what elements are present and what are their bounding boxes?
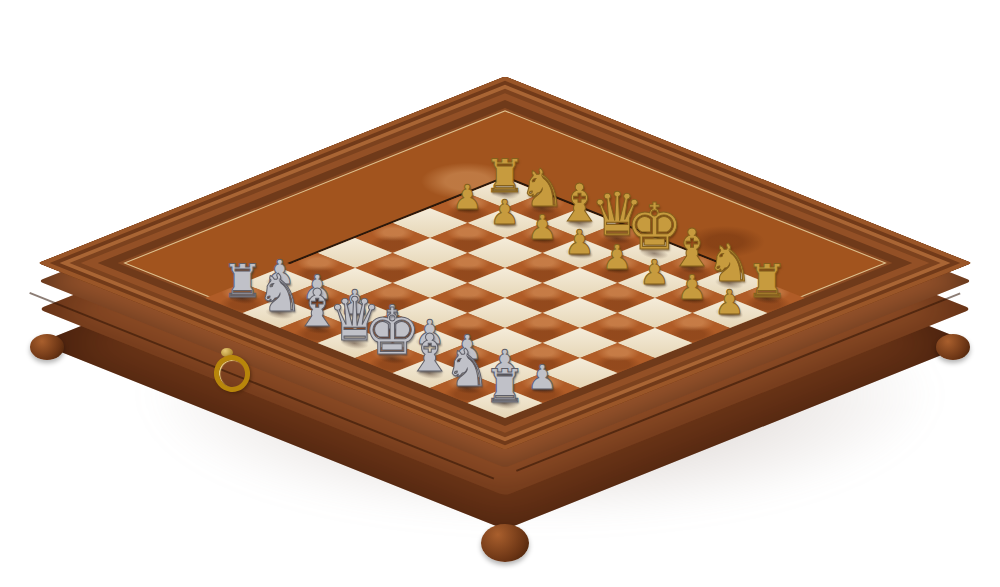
bun-foot-front xyxy=(481,524,529,562)
piece-glyph: ♜ xyxy=(747,258,788,304)
piece-glyph: ♟ xyxy=(452,180,482,214)
bun-foot-left xyxy=(30,334,64,360)
bun-foot-right xyxy=(936,334,970,360)
piece-glyph: ♟ xyxy=(677,270,707,304)
piece-glyph: ♟ xyxy=(640,255,670,289)
drawer-ring-pull xyxy=(212,348,242,384)
chess-board: ♜♞♝♛♚♝♞♜♟♟♟♟♟♟♟♟♟♟♟♟♟♟♟♟♜♞♝♛♚♝♞♜ xyxy=(287,176,723,350)
piece-glyph: ♟ xyxy=(602,240,632,274)
chess-set-photo: ♜♞♝♛♚♝♞♜♟♟♟♟♟♟♟♟♟♟♟♟♟♟♟♟♜♞♝♛♚♝♞♜ xyxy=(0,0,1000,587)
piece-glyph: ♜ xyxy=(484,363,525,409)
piece-glyph: ♟ xyxy=(527,210,557,244)
piece-glyph: ♟ xyxy=(490,195,520,229)
piece-glyph: ♟ xyxy=(527,360,557,394)
piece-glyph: ♟ xyxy=(565,225,595,259)
piece-glyph: ♟ xyxy=(715,285,745,319)
